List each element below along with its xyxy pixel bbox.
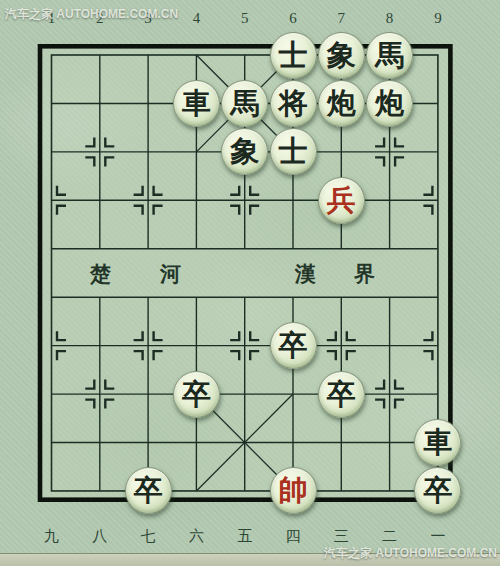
col-label-八: 八: [76, 527, 124, 546]
piece-black-soldier[interactable]: 卒: [270, 322, 317, 369]
piece-black-soldier[interactable]: 卒: [318, 371, 365, 418]
col-label-五: 五: [221, 527, 269, 546]
col-label-四: 四: [269, 527, 317, 546]
piece-black-advisor[interactable]: 士: [270, 32, 317, 79]
col-label-一: 一: [414, 527, 462, 546]
piece-black-advisor[interactable]: 士: [270, 128, 317, 175]
col-label-九: 九: [28, 527, 76, 546]
piece-black-chariot[interactable]: 車: [414, 419, 461, 466]
piece-black-general[interactable]: 将: [270, 80, 317, 127]
piece-black-cannon[interactable]: 炮: [318, 80, 365, 127]
piece-black-cannon[interactable]: 炮: [366, 80, 413, 127]
watermark-top: 汽车之家 AUTOHOME.COM.CN: [5, 6, 178, 23]
piece-black-soldier[interactable]: 卒: [173, 371, 220, 418]
piece-black-horse[interactable]: 馬: [366, 32, 413, 79]
piece-red-general[interactable]: 帥: [270, 467, 317, 514]
col-label-三: 三: [317, 527, 365, 546]
col-label-6: 6: [269, 10, 317, 27]
piece-black-chariot[interactable]: 車: [173, 80, 220, 127]
col-label-7: 7: [317, 10, 365, 27]
col-label-5: 5: [221, 10, 269, 27]
xiangqi-screenshot: 汽车之家 AUTOHOME.COM.CN 123456789 楚河 漢界 士象馬…: [0, 0, 500, 566]
col-label-9: 9: [414, 10, 462, 27]
watermark-bottom: 汽车之家 AUTOHOME.COM.CN: [324, 545, 497, 562]
piece-black-soldier[interactable]: 卒: [125, 467, 172, 514]
piece-red-soldier[interactable]: 兵: [318, 177, 365, 224]
col-label-七: 七: [124, 527, 172, 546]
col-label-8: 8: [366, 10, 414, 27]
board: 士象馬車馬将炮炮象士兵卒卒卒車卒帥卒: [27, 31, 462, 515]
col-label-4: 4: [172, 10, 220, 27]
piece-black-horse[interactable]: 馬: [221, 80, 268, 127]
col-label-二: 二: [366, 527, 414, 546]
piece-black-elephant[interactable]: 象: [221, 128, 268, 175]
piece-black-soldier[interactable]: 卒: [414, 467, 461, 514]
piece-black-elephant[interactable]: 象: [318, 32, 365, 79]
col-label-六: 六: [172, 527, 220, 546]
